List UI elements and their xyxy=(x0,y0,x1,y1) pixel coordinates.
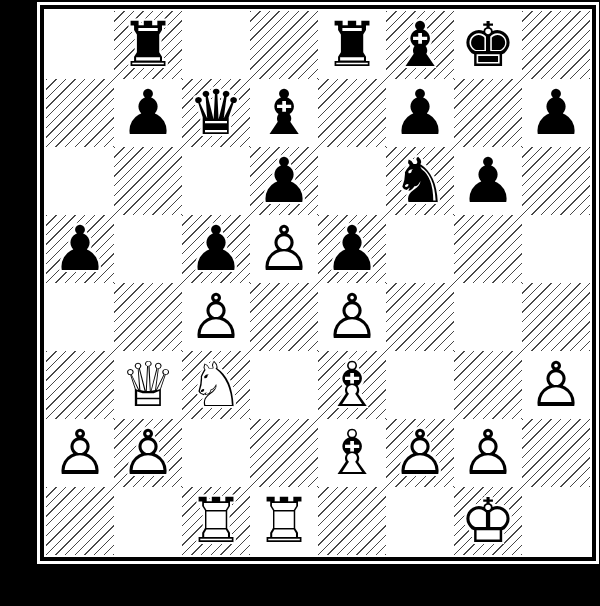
square-g1[interactable]: ♚♔ xyxy=(454,487,522,555)
white-pawn-icon: ♙ xyxy=(522,351,590,419)
square-f3[interactable] xyxy=(386,351,454,419)
square-h6[interactable] xyxy=(522,147,590,215)
square-a2[interactable]: ♟♙ xyxy=(46,419,114,487)
square-e1[interactable] xyxy=(318,487,386,555)
black-pawn-icon: ♟ xyxy=(46,215,114,283)
square-h7[interactable]: ♟ xyxy=(522,79,590,147)
square-e6[interactable] xyxy=(318,147,386,215)
square-g7[interactable] xyxy=(454,79,522,147)
white-pawn-icon: ♙ xyxy=(114,419,182,487)
square-c7[interactable]: ♛ xyxy=(182,79,250,147)
square-d7[interactable]: ♝ xyxy=(250,79,318,147)
black-bishop-icon: ♝ xyxy=(250,79,318,147)
square-d5[interactable]: ♟♙ xyxy=(250,215,318,283)
white-king-icon: ♔ xyxy=(454,487,522,555)
square-h1[interactable] xyxy=(522,487,590,555)
black-pawn-icon: ♟ xyxy=(182,215,250,283)
square-a4[interactable] xyxy=(46,283,114,351)
square-c3[interactable]: ♞♘ xyxy=(182,351,250,419)
square-d4[interactable] xyxy=(250,283,318,351)
square-a7[interactable] xyxy=(46,79,114,147)
square-b6[interactable] xyxy=(114,147,182,215)
square-d2[interactable] xyxy=(250,419,318,487)
square-b1[interactable] xyxy=(114,487,182,555)
white-knight-icon: ♘ xyxy=(182,351,250,419)
square-a3[interactable] xyxy=(46,351,114,419)
square-b2[interactable]: ♟♙ xyxy=(114,419,182,487)
square-h2[interactable] xyxy=(522,419,590,487)
black-pawn-icon: ♟ xyxy=(386,79,454,147)
square-g6[interactable]: ♟ xyxy=(454,147,522,215)
square-e2[interactable]: ♝♗ xyxy=(318,419,386,487)
square-f1[interactable] xyxy=(386,487,454,555)
square-e8[interactable]: ♜ xyxy=(318,11,386,79)
white-bishop-icon: ♗ xyxy=(318,351,386,419)
square-d8[interactable] xyxy=(250,11,318,79)
black-rook-icon: ♜ xyxy=(318,11,386,79)
black-pawn-icon: ♟ xyxy=(522,79,590,147)
black-pawn-icon: ♟ xyxy=(250,147,318,215)
white-pawn-icon: ♙ xyxy=(386,419,454,487)
black-pawn-icon: ♟ xyxy=(454,147,522,215)
black-king-icon: ♚ xyxy=(454,11,522,79)
square-d6[interactable]: ♟ xyxy=(250,147,318,215)
white-queen-icon: ♕ xyxy=(114,351,182,419)
square-g8[interactable]: ♚ xyxy=(454,11,522,79)
square-h4[interactable] xyxy=(522,283,590,351)
black-pawn-icon: ♟ xyxy=(114,79,182,147)
square-b8[interactable]: ♜ xyxy=(114,11,182,79)
square-c6[interactable] xyxy=(182,147,250,215)
square-c5[interactable]: ♟ xyxy=(182,215,250,283)
square-h3[interactable]: ♟♙ xyxy=(522,351,590,419)
white-pawn-icon: ♙ xyxy=(454,419,522,487)
square-d3[interactable] xyxy=(250,351,318,419)
square-a6[interactable] xyxy=(46,147,114,215)
square-c8[interactable] xyxy=(182,11,250,79)
square-g5[interactable] xyxy=(454,215,522,283)
white-pawn-icon: ♙ xyxy=(250,215,318,283)
square-b7[interactable]: ♟ xyxy=(114,79,182,147)
square-e4[interactable]: ♟♙ xyxy=(318,283,386,351)
square-g3[interactable] xyxy=(454,351,522,419)
square-g4[interactable] xyxy=(454,283,522,351)
square-b4[interactable] xyxy=(114,283,182,351)
black-pawn-icon: ♟ xyxy=(318,215,386,283)
square-f6[interactable]: ♞ xyxy=(386,147,454,215)
square-a8[interactable] xyxy=(46,11,114,79)
square-f7[interactable]: ♟ xyxy=(386,79,454,147)
white-pawn-icon: ♙ xyxy=(318,283,386,351)
square-a1[interactable] xyxy=(46,487,114,555)
white-rook-icon: ♖ xyxy=(182,487,250,555)
black-knight-icon: ♞ xyxy=(386,147,454,215)
black-bishop-icon: ♝ xyxy=(386,11,454,79)
white-pawn-icon: ♙ xyxy=(182,283,250,351)
square-e7[interactable] xyxy=(318,79,386,147)
square-g2[interactable]: ♟♙ xyxy=(454,419,522,487)
chess-board: ♜♜♝♚♟♛♝♟♟♟♞♟♟♟♟♙♟♟♙♟♙♛♕♞♘♝♗♟♙♟♙♟♙♝♗♟♙♟♙♜… xyxy=(46,11,590,555)
white-bishop-icon: ♗ xyxy=(318,419,386,487)
square-c2[interactable] xyxy=(182,419,250,487)
black-rook-icon: ♜ xyxy=(114,11,182,79)
square-f4[interactable] xyxy=(386,283,454,351)
square-h5[interactable] xyxy=(522,215,590,283)
square-d1[interactable]: ♜♖ xyxy=(250,487,318,555)
page-background: ♜♜♝♚♟♛♝♟♟♟♞♟♟♟♟♙♟♟♙♟♙♛♕♞♘♝♗♟♙♟♙♟♙♝♗♟♙♟♙♜… xyxy=(0,0,600,606)
square-h8[interactable] xyxy=(522,11,590,79)
white-pawn-icon: ♙ xyxy=(46,419,114,487)
square-f2[interactable]: ♟♙ xyxy=(386,419,454,487)
square-f8[interactable]: ♝ xyxy=(386,11,454,79)
square-b3[interactable]: ♛♕ xyxy=(114,351,182,419)
white-rook-icon: ♖ xyxy=(250,487,318,555)
black-queen-icon: ♛ xyxy=(182,79,250,147)
square-a5[interactable]: ♟ xyxy=(46,215,114,283)
chess-board-frame: ♜♜♝♚♟♛♝♟♟♟♞♟♟♟♟♙♟♟♙♟♙♛♕♞♘♝♗♟♙♟♙♟♙♝♗♟♙♟♙♜… xyxy=(40,5,596,561)
square-b5[interactable] xyxy=(114,215,182,283)
square-c1[interactable]: ♜♖ xyxy=(182,487,250,555)
square-f5[interactable] xyxy=(386,215,454,283)
square-c4[interactable]: ♟♙ xyxy=(182,283,250,351)
square-e3[interactable]: ♝♗ xyxy=(318,351,386,419)
square-e5[interactable]: ♟ xyxy=(318,215,386,283)
